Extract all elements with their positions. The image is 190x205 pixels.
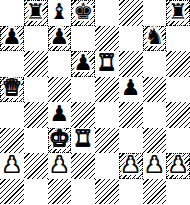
piece-black-pawn[interactable]: ♟: [121, 77, 141, 99]
square-d4[interactable]: [71, 102, 95, 128]
square-h1[interactable]: [166, 179, 190, 205]
square-g2[interactable]: ♟: [143, 153, 167, 179]
square-f7[interactable]: [119, 26, 143, 52]
square-b2[interactable]: [24, 153, 48, 179]
square-e6[interactable]: ♜: [95, 51, 119, 77]
square-d7[interactable]: [71, 26, 95, 52]
square-a3[interactable]: [0, 128, 24, 154]
piece-white-pawn[interactable]: ♟: [2, 154, 22, 176]
square-b4[interactable]: [24, 102, 48, 128]
piece-black-pawn[interactable]: ♟: [50, 26, 70, 48]
square-c5[interactable]: [48, 77, 72, 103]
piece-white-rook[interactable]: ♜: [97, 52, 117, 74]
square-g3[interactable]: [143, 128, 167, 154]
piece-black-pawn[interactable]: ♟: [73, 52, 93, 74]
square-b7[interactable]: [24, 26, 48, 52]
square-h4[interactable]: [166, 102, 190, 128]
square-g1[interactable]: [143, 179, 167, 205]
piece-white-king[interactable]: ♚: [50, 128, 70, 150]
square-b3[interactable]: [24, 128, 48, 154]
square-a2[interactable]: ♟: [0, 153, 24, 179]
square-a4[interactable]: [0, 102, 24, 128]
square-f8[interactable]: [119, 0, 143, 26]
piece-white-pawn[interactable]: ♟: [121, 154, 141, 176]
piece-black-knight[interactable]: ♞: [145, 26, 165, 48]
square-b1[interactable]: [24, 179, 48, 205]
square-f1[interactable]: [119, 179, 143, 205]
square-c8[interactable]: ♝: [48, 0, 72, 26]
square-f4[interactable]: [119, 102, 143, 128]
square-e7[interactable]: [95, 26, 119, 52]
square-d5[interactable]: [71, 77, 95, 103]
square-d8[interactable]: ♚: [71, 0, 95, 26]
square-h8[interactable]: ♜: [166, 0, 190, 26]
square-c7[interactable]: ♟: [48, 26, 72, 52]
square-d2[interactable]: [71, 153, 95, 179]
square-h7[interactable]: [166, 26, 190, 52]
square-d6[interactable]: ♟: [71, 51, 95, 77]
square-a6[interactable]: [0, 51, 24, 77]
square-e1[interactable]: [95, 179, 119, 205]
square-e4[interactable]: [95, 102, 119, 128]
piece-black-rook[interactable]: ♜: [26, 1, 46, 23]
square-h6[interactable]: [166, 51, 190, 77]
square-b8[interactable]: ♜: [24, 0, 48, 26]
square-f2[interactable]: ♟: [119, 153, 143, 179]
square-d3[interactable]: ♜: [71, 128, 95, 154]
piece-black-pawn[interactable]: ♟: [2, 26, 22, 48]
square-a5[interactable]: ♛: [0, 77, 24, 103]
piece-white-pawn[interactable]: ♟: [168, 154, 188, 176]
square-h3[interactable]: [166, 128, 190, 154]
square-e5[interactable]: [95, 77, 119, 103]
square-a8[interactable]: [0, 0, 24, 26]
square-h2[interactable]: ♟: [166, 153, 190, 179]
square-c2[interactable]: ♟: [48, 153, 72, 179]
square-f5[interactable]: ♟: [119, 77, 143, 103]
square-a1[interactable]: [0, 179, 24, 205]
piece-white-pawn[interactable]: ♟: [50, 154, 70, 176]
square-h5[interactable]: [166, 77, 190, 103]
square-g8[interactable]: [143, 0, 167, 26]
square-b6[interactable]: [24, 51, 48, 77]
square-f3[interactable]: [119, 128, 143, 154]
square-b5[interactable]: [24, 77, 48, 103]
square-c3[interactable]: ♚: [48, 128, 72, 154]
square-e2[interactable]: [95, 153, 119, 179]
square-a7[interactable]: ♟: [0, 26, 24, 52]
square-g4[interactable]: [143, 102, 167, 128]
piece-white-queen[interactable]: ♛: [2, 77, 22, 99]
square-c6[interactable]: [48, 51, 72, 77]
square-c4[interactable]: ♟: [48, 102, 72, 128]
square-g7[interactable]: ♞: [143, 26, 167, 52]
piece-white-rook[interactable]: ♜: [73, 128, 93, 150]
piece-black-bishop[interactable]: ♝: [50, 1, 70, 23]
square-e3[interactable]: [95, 128, 119, 154]
square-g6[interactable]: [143, 51, 167, 77]
piece-black-king[interactable]: ♚: [73, 1, 93, 23]
square-d1[interactable]: [71, 179, 95, 205]
square-c1[interactable]: [48, 179, 72, 205]
square-f6[interactable]: [119, 51, 143, 77]
square-g5[interactable]: [143, 77, 167, 103]
chess-board: ♜♝♚♜♟♟♞♟♜♛♟♟♚♜♟♟♟♟♟: [0, 0, 190, 204]
piece-black-pawn[interactable]: ♟: [50, 103, 70, 125]
square-e8[interactable]: [95, 0, 119, 26]
piece-white-pawn[interactable]: ♟: [145, 154, 165, 176]
piece-black-rook[interactable]: ♜: [168, 1, 188, 23]
